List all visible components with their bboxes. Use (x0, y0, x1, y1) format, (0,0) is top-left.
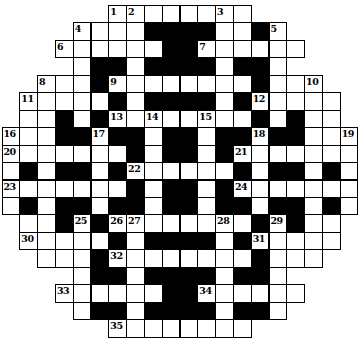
black-cell (144, 302, 163, 320)
white-cell[interactable] (233, 319, 252, 337)
white-cell[interactable]: 18 (251, 127, 270, 145)
clue-number: 21 (235, 146, 247, 157)
white-cell[interactable] (73, 110, 92, 128)
white-cell[interactable] (162, 75, 181, 93)
white-cell[interactable] (37, 92, 56, 110)
white-cell[interactable]: 16 (2, 127, 21, 145)
white-cell[interactable]: 20 (2, 145, 21, 163)
white-cell[interactable] (108, 180, 127, 198)
white-cell[interactable] (304, 197, 323, 215)
clue-number: 24 (235, 181, 247, 192)
white-cell[interactable] (73, 267, 92, 285)
white-cell[interactable]: 9 (108, 75, 127, 93)
white-cell[interactable] (286, 145, 305, 163)
black-cell (215, 197, 234, 215)
white-cell[interactable] (37, 197, 56, 215)
white-cell[interactable] (37, 232, 56, 250)
white-cell[interactable] (215, 249, 234, 267)
clue-number: 1 (110, 6, 116, 17)
clue-number: 30 (21, 233, 33, 244)
white-cell[interactable] (126, 110, 145, 128)
black-cell (197, 57, 216, 75)
black-cell (215, 180, 234, 198)
white-cell[interactable] (55, 249, 74, 267)
white-cell[interactable] (233, 110, 252, 128)
white-cell[interactable] (233, 5, 252, 23)
white-cell[interactable] (197, 319, 216, 337)
black-cell (233, 127, 252, 145)
black-cell (73, 162, 92, 180)
black-cell (233, 267, 252, 285)
white-cell[interactable] (19, 127, 38, 145)
white-cell[interactable] (180, 110, 199, 128)
black-cell (197, 92, 216, 110)
white-cell[interactable] (73, 284, 92, 302)
black-cell (180, 232, 199, 250)
white-cell[interactable] (180, 214, 199, 232)
white-cell[interactable] (126, 302, 145, 320)
clue-number: 33 (57, 285, 69, 296)
white-cell[interactable] (304, 162, 323, 180)
white-cell[interactable] (233, 22, 252, 40)
white-cell[interactable]: 32 (108, 249, 127, 267)
white-cell[interactable] (144, 5, 163, 23)
white-cell[interactable] (126, 40, 145, 58)
white-cell[interactable] (233, 214, 252, 232)
white-cell[interactable]: 2 (126, 5, 145, 23)
clue-number: 29 (271, 215, 283, 226)
white-cell[interactable] (91, 162, 110, 180)
black-cell (108, 57, 127, 75)
white-cell[interactable] (73, 145, 92, 163)
white-cell[interactable]: 17 (91, 127, 110, 145)
white-cell[interactable] (126, 57, 145, 75)
clue-number: 12 (253, 93, 265, 104)
white-cell[interactable]: 21 (233, 145, 252, 163)
white-cell[interactable] (322, 110, 341, 128)
white-cell[interactable] (251, 284, 270, 302)
white-cell[interactable] (304, 92, 323, 110)
clue-number: 13 (110, 111, 122, 122)
white-cell[interactable] (2, 197, 21, 215)
white-cell[interactable]: 4 (73, 22, 92, 40)
white-cell[interactable] (322, 145, 341, 163)
black-cell (180, 267, 199, 285)
white-cell[interactable] (269, 57, 288, 75)
white-cell[interactable]: 31 (251, 232, 270, 250)
black-cell (180, 284, 199, 302)
white-cell[interactable] (304, 180, 323, 198)
white-cell[interactable] (269, 232, 288, 250)
white-cell[interactable]: 1 (108, 5, 127, 23)
white-cell[interactable] (55, 180, 74, 198)
white-cell[interactable] (144, 127, 163, 145)
black-cell (233, 197, 252, 215)
white-cell[interactable] (162, 5, 181, 23)
black-cell (162, 127, 181, 145)
white-cell[interactable]: 3 (215, 5, 234, 23)
black-cell (91, 110, 110, 128)
white-cell[interactable] (73, 92, 92, 110)
white-cell[interactable] (73, 40, 92, 58)
white-cell[interactable] (73, 302, 92, 320)
black-cell (286, 110, 305, 128)
white-cell[interactable] (108, 284, 127, 302)
black-cell (55, 110, 74, 128)
white-cell[interactable] (37, 162, 56, 180)
white-cell[interactable] (340, 197, 359, 215)
white-cell[interactable] (126, 232, 145, 250)
white-cell[interactable]: 23 (2, 180, 21, 198)
white-cell[interactable] (322, 214, 341, 232)
white-cell[interactable]: 24 (233, 180, 252, 198)
black-cell (286, 127, 305, 145)
clue-number: 27 (128, 215, 140, 226)
white-cell[interactable] (215, 319, 234, 337)
white-cell[interactable] (73, 75, 92, 93)
black-cell (215, 145, 234, 163)
white-cell[interactable] (233, 75, 252, 93)
white-cell[interactable] (73, 180, 92, 198)
black-cell (108, 267, 127, 285)
white-cell[interactable]: 5 (269, 22, 288, 40)
black-cell (144, 22, 163, 40)
white-cell[interactable]: 28 (215, 214, 234, 232)
clue-number: 34 (199, 285, 211, 296)
black-cell (108, 162, 127, 180)
white-cell[interactable]: 19 (340, 127, 359, 145)
white-cell[interactable] (126, 75, 145, 93)
white-cell[interactable] (215, 232, 234, 250)
black-cell (144, 232, 163, 250)
white-cell[interactable] (197, 180, 216, 198)
white-cell[interactable] (73, 57, 92, 75)
white-cell[interactable]: 12 (251, 92, 270, 110)
white-cell[interactable] (215, 40, 234, 58)
black-cell (251, 110, 270, 128)
white-cell[interactable] (73, 249, 92, 267)
black-cell (233, 162, 252, 180)
white-cell[interactable] (162, 319, 181, 337)
white-cell[interactable] (144, 180, 163, 198)
white-cell[interactable] (269, 40, 288, 58)
black-cell (73, 127, 92, 145)
clue-number: 3 (217, 6, 223, 17)
black-cell (108, 302, 127, 320)
white-cell[interactable] (304, 232, 323, 250)
white-cell[interactable] (19, 110, 38, 128)
clue-number: 7 (199, 41, 205, 52)
white-cell[interactable] (304, 127, 323, 145)
white-cell[interactable] (126, 92, 145, 110)
white-cell[interactable] (304, 249, 323, 267)
black-cell (180, 22, 199, 40)
black-cell (322, 197, 341, 215)
white-cell[interactable]: 10 (304, 75, 323, 93)
white-cell[interactable] (215, 267, 234, 285)
black-cell (251, 57, 270, 75)
black-cell (144, 92, 163, 110)
black-cell (269, 197, 288, 215)
clue-number: 31 (253, 233, 265, 244)
white-cell[interactable] (144, 145, 163, 163)
clue-number: 4 (75, 23, 81, 34)
white-cell[interactable] (304, 214, 323, 232)
white-cell[interactable] (251, 180, 270, 198)
white-cell[interactable] (215, 57, 234, 75)
white-cell[interactable]: 11 (19, 92, 38, 110)
white-cell[interactable]: 29 (269, 214, 288, 232)
black-cell (108, 92, 127, 110)
clue-number: 8 (39, 76, 45, 87)
white-cell[interactable] (144, 75, 163, 93)
white-cell[interactable] (180, 75, 199, 93)
black-cell (286, 214, 305, 232)
white-cell[interactable] (91, 232, 110, 250)
white-cell[interactable]: 34 (197, 284, 216, 302)
white-cell[interactable] (286, 284, 305, 302)
white-cell[interactable] (180, 5, 199, 23)
white-cell[interactable] (91, 40, 110, 58)
black-cell (108, 232, 127, 250)
white-cell[interactable] (304, 110, 323, 128)
black-cell (197, 22, 216, 40)
black-cell (180, 127, 199, 145)
white-cell[interactable] (197, 214, 216, 232)
white-cell[interactable] (322, 127, 341, 145)
black-cell (55, 127, 74, 145)
white-cell[interactable] (91, 180, 110, 198)
white-cell[interactable] (144, 214, 163, 232)
white-cell[interactable]: 14 (144, 110, 163, 128)
white-cell[interactable] (286, 92, 305, 110)
white-cell[interactable] (91, 145, 110, 163)
black-cell (55, 197, 74, 215)
white-cell[interactable] (144, 319, 163, 337)
white-cell[interactable] (215, 22, 234, 40)
white-cell[interactable] (197, 5, 216, 23)
white-cell[interactable] (2, 162, 21, 180)
white-cell[interactable] (251, 40, 270, 58)
white-cell[interactable] (37, 180, 56, 198)
black-cell (233, 302, 252, 320)
clue-number: 2 (128, 6, 134, 17)
clue-number: 9 (110, 76, 116, 87)
white-cell[interactable] (126, 319, 145, 337)
black-cell (126, 145, 145, 163)
white-cell[interactable] (180, 319, 199, 337)
clue-number: 28 (217, 215, 229, 226)
black-cell (162, 145, 181, 163)
white-cell[interactable] (197, 145, 216, 163)
black-cell (180, 57, 199, 75)
black-cell (251, 267, 270, 285)
black-cell (286, 197, 305, 215)
white-cell[interactable] (108, 145, 127, 163)
black-cell (180, 302, 199, 320)
white-cell[interactable] (197, 75, 216, 93)
black-cell (215, 127, 234, 145)
white-cell[interactable] (233, 249, 252, 267)
white-cell[interactable] (215, 110, 234, 128)
clue-number: 32 (110, 250, 122, 261)
clue-number: 10 (306, 76, 318, 87)
white-cell[interactable] (251, 145, 270, 163)
white-cell[interactable] (126, 267, 145, 285)
white-cell[interactable] (108, 40, 127, 58)
black-cell (162, 57, 181, 75)
white-cell[interactable] (91, 197, 110, 215)
white-cell[interactable] (197, 197, 216, 215)
white-cell[interactable] (37, 214, 56, 232)
white-cell[interactable] (19, 214, 38, 232)
black-cell (144, 57, 163, 75)
white-cell[interactable] (162, 249, 181, 267)
white-cell[interactable] (215, 92, 234, 110)
white-cell[interactable] (269, 284, 288, 302)
white-cell[interactable] (144, 162, 163, 180)
white-cell[interactable] (37, 145, 56, 163)
white-cell[interactable] (73, 232, 92, 250)
white-cell[interactable] (126, 249, 145, 267)
white-cell[interactable] (144, 197, 163, 215)
white-cell[interactable] (91, 92, 110, 110)
white-cell[interactable] (322, 92, 341, 110)
white-cell[interactable] (251, 197, 270, 215)
clue-number: 35 (110, 320, 122, 331)
black-cell (197, 302, 216, 320)
white-cell[interactable] (197, 249, 216, 267)
white-cell[interactable] (91, 284, 110, 302)
white-cell[interactable] (215, 284, 234, 302)
white-cell[interactable] (37, 127, 56, 145)
white-cell[interactable] (197, 127, 216, 145)
white-cell[interactable] (269, 92, 288, 110)
black-cell (91, 57, 110, 75)
black-cell (233, 232, 252, 250)
white-cell[interactable]: 27 (126, 214, 145, 232)
white-cell[interactable] (269, 302, 288, 320)
black-cell (108, 127, 127, 145)
white-cell[interactable] (269, 75, 288, 93)
white-cell[interactable] (91, 22, 110, 40)
clue-number: 26 (110, 215, 122, 226)
white-cell[interactable] (37, 249, 56, 267)
black-cell (55, 162, 74, 180)
white-cell[interactable] (126, 284, 145, 302)
white-cell[interactable] (322, 232, 341, 250)
white-cell[interactable] (340, 162, 359, 180)
white-cell[interactable] (340, 145, 359, 163)
white-cell[interactable] (269, 180, 288, 198)
white-cell[interactable] (55, 232, 74, 250)
black-cell (126, 127, 145, 145)
white-cell[interactable]: 13 (108, 110, 127, 128)
clue-number: 15 (199, 111, 211, 122)
clue-number: 19 (342, 128, 354, 139)
black-cell (162, 180, 181, 198)
white-cell[interactable] (233, 40, 252, 58)
black-cell (91, 249, 110, 267)
black-cell (251, 302, 270, 320)
white-cell[interactable]: 6 (55, 40, 74, 58)
white-cell[interactable] (233, 284, 252, 302)
white-cell[interactable] (340, 180, 359, 198)
white-cell[interactable] (144, 249, 163, 267)
white-cell[interactable] (55, 92, 74, 110)
white-cell[interactable]: 26 (108, 214, 127, 232)
white-cell[interactable] (322, 180, 341, 198)
clue-number: 23 (4, 181, 16, 192)
black-cell (162, 197, 181, 215)
white-cell[interactable] (180, 249, 199, 267)
black-cell (251, 22, 270, 40)
white-cell[interactable] (19, 180, 38, 198)
white-cell[interactable] (215, 162, 234, 180)
white-cell[interactable]: 8 (37, 75, 56, 93)
black-cell (251, 75, 270, 93)
white-cell[interactable] (180, 162, 199, 180)
white-cell[interactable]: 7 (197, 40, 216, 58)
white-cell[interactable] (197, 162, 216, 180)
white-cell[interactable] (162, 162, 181, 180)
white-cell[interactable] (55, 75, 74, 93)
black-cell (162, 284, 181, 302)
white-cell[interactable] (269, 110, 288, 128)
white-cell[interactable] (269, 249, 288, 267)
white-cell[interactable] (251, 162, 270, 180)
black-cell (286, 162, 305, 180)
white-cell[interactable]: 33 (55, 284, 74, 302)
black-cell (91, 214, 110, 232)
black-cell (322, 162, 341, 180)
white-cell[interactable] (286, 75, 305, 93)
clue-number: 20 (4, 146, 16, 157)
black-cell (162, 232, 181, 250)
white-cell[interactable] (162, 110, 181, 128)
black-cell (126, 197, 145, 215)
white-cell[interactable] (144, 40, 163, 58)
white-cell[interactable] (19, 145, 38, 163)
white-cell[interactable]: 35 (108, 319, 127, 337)
black-cell (144, 267, 163, 285)
white-cell[interactable] (286, 40, 305, 58)
white-cell[interactable] (286, 232, 305, 250)
white-cell[interactable] (286, 249, 305, 267)
white-cell[interactable] (269, 145, 288, 163)
white-cell[interactable] (37, 110, 56, 128)
white-cell[interactable]: 15 (197, 110, 216, 128)
white-cell[interactable] (269, 267, 288, 285)
white-cell[interactable] (286, 180, 305, 198)
white-cell[interactable] (108, 22, 127, 40)
white-cell[interactable] (162, 214, 181, 232)
black-cell (108, 197, 127, 215)
white-cell[interactable] (215, 302, 234, 320)
white-cell[interactable] (126, 22, 145, 40)
white-cell[interactable]: 30 (19, 232, 38, 250)
white-cell[interactable] (55, 145, 74, 163)
white-cell[interactable] (215, 75, 234, 93)
white-cell[interactable] (304, 145, 323, 163)
white-cell[interactable]: 22 (126, 162, 145, 180)
black-cell (180, 40, 199, 58)
clue-number: 22 (128, 163, 140, 174)
white-cell[interactable] (144, 284, 163, 302)
clue-number: 5 (271, 23, 277, 34)
black-cell (55, 214, 74, 232)
white-cell[interactable]: 25 (73, 214, 92, 232)
